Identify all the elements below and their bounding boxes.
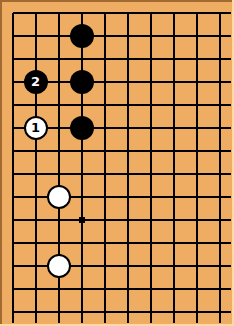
intersection-c6-r6 — [116, 116, 139, 139]
intersection-c8-r6 — [162, 116, 185, 139]
intersection-c1-r14 — [1, 300, 24, 323]
white-stone-move-1-B14: 1 — [24, 116, 48, 140]
intersection-c5-r4 — [93, 70, 116, 93]
intersection-c10-r5 — [208, 93, 231, 116]
intersection-c2-r1 — [24, 1, 47, 24]
intersection-c5-r11 — [93, 231, 116, 254]
intersection-c4-r4 — [70, 70, 93, 93]
intersection-c5-r1 — [93, 1, 116, 24]
intersection-c9-r10 — [185, 208, 208, 231]
intersection-c9-r6 — [185, 116, 208, 139]
intersection-c4-r12 — [70, 254, 93, 277]
intersection-c2-r2 — [24, 24, 47, 47]
intersection-c8-r13 — [162, 277, 185, 300]
intersection-c9-r5 — [185, 93, 208, 116]
intersection-c10-r8 — [208, 162, 231, 185]
intersection-c7-r12 — [139, 254, 162, 277]
intersection-c4-r8 — [70, 162, 93, 185]
intersection-c6-r9 — [116, 185, 139, 208]
intersection-c1-r10 — [1, 208, 24, 231]
intersection-c4-r3 — [70, 47, 93, 70]
intersection-c8-r9 — [162, 185, 185, 208]
intersection-c8-r10 — [162, 208, 185, 231]
intersection-c7-r7 — [139, 139, 162, 162]
intersection-c8-r5 — [162, 93, 185, 116]
intersection-c6-r14 — [116, 300, 139, 323]
black-stone-move-2-B16: 2 — [24, 70, 48, 94]
intersection-c6-r11 — [116, 231, 139, 254]
board-border-top — [0, 0, 234, 2]
intersection-c3-r8 — [47, 162, 70, 185]
intersection-c6-r12 — [116, 254, 139, 277]
intersection-c5-r10 — [93, 208, 116, 231]
intersection-c2-r14 — [24, 300, 47, 323]
intersection-c7-r10 — [139, 208, 162, 231]
intersection-c6-r2 — [116, 24, 139, 47]
intersection-c3-r2 — [47, 24, 70, 47]
intersection-c5-r9 — [93, 185, 116, 208]
intersection-c1-r7 — [1, 139, 24, 162]
intersection-c4-r1 — [70, 1, 93, 24]
intersection-c10-r3 — [208, 47, 231, 70]
black-stone-D18 — [70, 24, 94, 48]
intersection-c10-r1 — [208, 1, 231, 24]
intersection-c10-r9 — [208, 185, 231, 208]
white-stone-C8 — [47, 254, 71, 278]
intersection-c9-r3 — [185, 47, 208, 70]
intersection-c6-r5 — [116, 93, 139, 116]
intersection-c7-r13 — [139, 277, 162, 300]
intersection-c9-r4 — [185, 70, 208, 93]
intersection-c8-r12 — [162, 254, 185, 277]
intersection-c1-r9 — [1, 185, 24, 208]
intersection-c7-r11 — [139, 231, 162, 254]
intersection-c8-r1 — [162, 1, 185, 24]
intersection-c2-r11 — [24, 231, 47, 254]
intersection-c3-r14 — [47, 300, 70, 323]
intersection-c9-r14 — [185, 300, 208, 323]
intersection-c9-r2 — [185, 24, 208, 47]
intersection-c9-r9 — [185, 185, 208, 208]
intersection-c1-r2 — [1, 24, 24, 47]
intersection-c1-r1 — [1, 1, 24, 24]
intersection-c6-r8 — [116, 162, 139, 185]
intersection-c9-r11 — [185, 231, 208, 254]
intersection-c9-r1 — [185, 1, 208, 24]
intersection-c1-r6 — [1, 116, 24, 139]
intersection-c10-r6 — [208, 116, 231, 139]
intersection-c8-r7 — [162, 139, 185, 162]
intersection-c4-r5 — [70, 93, 93, 116]
intersection-c2-r7 — [24, 139, 47, 162]
board-border-right — [232, 0, 234, 326]
intersection-c5-r12 — [93, 254, 116, 277]
intersection-c10-r4 — [208, 70, 231, 93]
intersection-c10-r13 — [208, 277, 231, 300]
intersection-c9-r13 — [185, 277, 208, 300]
intersection-c10-r14 — [208, 300, 231, 323]
intersection-c5-r5 — [93, 93, 116, 116]
intersection-c6-r1 — [116, 1, 139, 24]
intersection-c8-r2 — [162, 24, 185, 47]
intersection-c4-r11 — [70, 231, 93, 254]
intersection-c3-r1 — [47, 1, 70, 24]
intersection-c1-r8 — [1, 162, 24, 185]
intersection-c2-r12 — [24, 254, 47, 277]
intersection-c4-r9 — [70, 185, 93, 208]
intersection-c2-r4: 2 — [24, 70, 47, 93]
intersection-c10-r12 — [208, 254, 231, 277]
intersection-c8-r4 — [162, 70, 185, 93]
intersection-c5-r13 — [93, 277, 116, 300]
intersection-c3-r11 — [47, 231, 70, 254]
intersection-c7-r4 — [139, 70, 162, 93]
intersection-c10-r11 — [208, 231, 231, 254]
intersection-c3-r3 — [47, 47, 70, 70]
intersection-c7-r2 — [139, 24, 162, 47]
intersection-c1-r5 — [1, 93, 24, 116]
intersection-c8-r14 — [162, 300, 185, 323]
intersection-c1-r13 — [1, 277, 24, 300]
go-grid: 21 — [1, 1, 231, 323]
intersection-c5-r2 — [93, 24, 116, 47]
intersection-c5-r14 — [93, 300, 116, 323]
intersection-c2-r10 — [24, 208, 47, 231]
intersection-c3-r4 — [47, 70, 70, 93]
intersection-c7-r1 — [139, 1, 162, 24]
intersection-c10-r7 — [208, 139, 231, 162]
white-stone-C11 — [47, 185, 71, 209]
intersection-c5-r7 — [93, 139, 116, 162]
intersection-c7-r6 — [139, 116, 162, 139]
intersection-c2-r6: 1 — [24, 116, 47, 139]
intersection-c3-r7 — [47, 139, 70, 162]
intersection-c3-r6 — [47, 116, 70, 139]
square-marker-D10 — [79, 217, 85, 223]
intersection-c2-r9 — [24, 185, 47, 208]
intersection-c6-r13 — [116, 277, 139, 300]
intersection-c3-r10 — [47, 208, 70, 231]
intersection-c4-r2 — [70, 24, 93, 47]
intersection-c9-r7 — [185, 139, 208, 162]
intersection-c6-r7 — [116, 139, 139, 162]
go-board-diagram: 21 — [0, 0, 234, 326]
intersection-c6-r3 — [116, 47, 139, 70]
intersection-c5-r8 — [93, 162, 116, 185]
intersection-c7-r5 — [139, 93, 162, 116]
intersection-c2-r5 — [24, 93, 47, 116]
intersection-c6-r10 — [116, 208, 139, 231]
black-stone-D14 — [70, 116, 94, 140]
intersection-c3-r9 — [47, 185, 70, 208]
intersection-c1-r4 — [1, 70, 24, 93]
intersection-c7-r3 — [139, 47, 162, 70]
intersection-c7-r8 — [139, 162, 162, 185]
board-border-left — [0, 0, 2, 326]
intersection-c9-r8 — [185, 162, 208, 185]
intersection-c2-r13 — [24, 277, 47, 300]
intersection-c4-r14 — [70, 300, 93, 323]
intersection-c3-r12 — [47, 254, 70, 277]
intersection-c8-r11 — [162, 231, 185, 254]
intersection-c1-r12 — [1, 254, 24, 277]
intersection-c9-r12 — [185, 254, 208, 277]
intersection-c6-r4 — [116, 70, 139, 93]
intersection-c4-r6 — [70, 116, 93, 139]
intersection-c7-r14 — [139, 300, 162, 323]
intersection-c8-r3 — [162, 47, 185, 70]
intersection-c1-r11 — [1, 231, 24, 254]
intersection-c3-r5 — [47, 93, 70, 116]
intersection-c10-r10 — [208, 208, 231, 231]
intersection-c7-r9 — [139, 185, 162, 208]
intersection-c3-r13 — [47, 277, 70, 300]
intersection-c4-r10 — [70, 208, 93, 231]
black-stone-D16 — [70, 70, 94, 94]
intersection-c8-r8 — [162, 162, 185, 185]
intersection-c5-r6 — [93, 116, 116, 139]
intersection-c4-r7 — [70, 139, 93, 162]
intersection-c2-r3 — [24, 47, 47, 70]
intersection-c4-r13 — [70, 277, 93, 300]
intersection-c2-r8 — [24, 162, 47, 185]
intersection-c10-r2 — [208, 24, 231, 47]
intersection-c5-r3 — [93, 47, 116, 70]
intersection-c1-r3 — [1, 47, 24, 70]
